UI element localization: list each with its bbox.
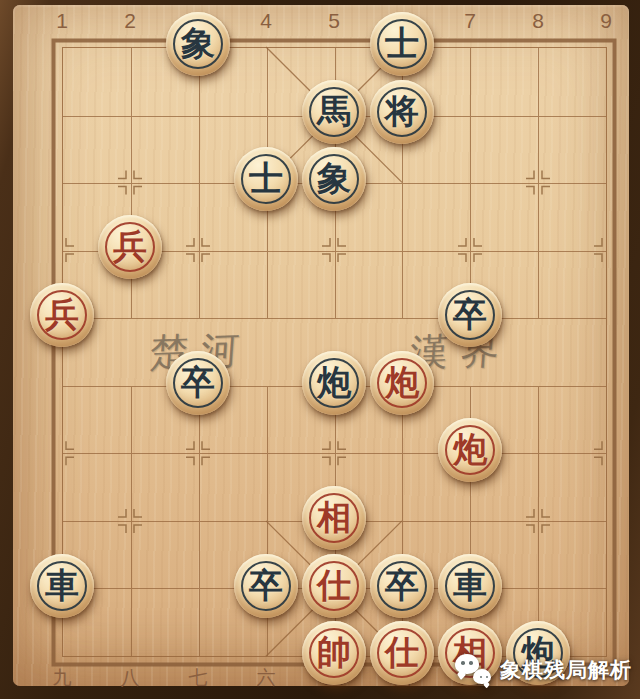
file-number-bottom: 九 [28, 665, 96, 691]
piece-red-soldier[interactable]: 兵 [30, 283, 94, 347]
piece-character: 将 [385, 94, 419, 130]
piece-character: 炮 [453, 432, 487, 468]
piece-red-advisor[interactable]: 仕 [302, 554, 366, 618]
piece-character: 帥 [317, 635, 351, 671]
piece-black-elephant[interactable]: 象 [166, 12, 230, 76]
piece-character: 仕 [317, 568, 351, 604]
file-number-top: 1 [28, 9, 96, 33]
file-number-top: 4 [232, 9, 300, 33]
file-number-top: 5 [300, 9, 368, 33]
file-number-bottom: 八 [96, 665, 164, 691]
piece-character: 卒 [453, 297, 487, 333]
piece-red-advisor[interactable]: 仕 [370, 621, 434, 685]
file-number-top: 7 [436, 9, 504, 33]
piece-red-general[interactable]: 帥 [302, 621, 366, 685]
piece-red-cannon[interactable]: 炮 [370, 351, 434, 415]
piece-black-soldier[interactable]: 卒 [438, 283, 502, 347]
piece-character: 炮 [385, 365, 419, 401]
piece-black-general[interactable]: 将 [370, 80, 434, 144]
piece-character: 車 [45, 568, 79, 604]
file-number-top: 8 [504, 9, 572, 33]
piece-black-soldier[interactable]: 卒 [166, 351, 230, 415]
file-number-top: 2 [96, 9, 164, 33]
file-number-top: 9 [572, 9, 640, 33]
piece-character: 士 [385, 26, 419, 62]
wechat-icon [455, 654, 493, 686]
piece-character: 馬 [317, 94, 351, 130]
piece-character: 兵 [113, 229, 147, 265]
piece-character: 象 [317, 161, 351, 197]
board-surface: 123456789 九八七六五四三二一 楚河 漢界 象士馬将士象兵兵卒卒炮炮炮相… [13, 5, 629, 686]
watermark: 象棋残局解析 [455, 654, 632, 686]
piece-character: 卒 [249, 568, 283, 604]
watermark-text: 象棋残局解析 [500, 656, 632, 684]
piece-character: 兵 [45, 297, 79, 333]
piece-black-soldier[interactable]: 卒 [234, 554, 298, 618]
piece-black-cannon[interactable]: 炮 [302, 351, 366, 415]
piece-character: 士 [249, 161, 283, 197]
piece-character: 炮 [317, 365, 351, 401]
file-number-bottom: 六 [232, 665, 300, 691]
piece-character: 象 [181, 26, 215, 62]
piece-red-elephant[interactable]: 相 [302, 486, 366, 550]
xiangqi-app: 123456789 九八七六五四三二一 楚河 漢界 象士馬将士象兵兵卒卒炮炮炮相… [0, 0, 640, 699]
piece-black-elephant[interactable]: 象 [302, 147, 366, 211]
piece-character: 卒 [181, 365, 215, 401]
piece-black-horse[interactable]: 馬 [302, 80, 366, 144]
piece-character: 卒 [385, 568, 419, 604]
piece-black-chariot[interactable]: 車 [30, 554, 94, 618]
piece-character: 車 [453, 568, 487, 604]
piece-character: 仕 [385, 635, 419, 671]
piece-character: 相 [317, 500, 351, 536]
piece-red-cannon[interactable]: 炮 [438, 418, 502, 482]
pieces-layer: 象士馬将士象兵兵卒卒炮炮炮相車卒仕卒車帥仕相炮 [62, 47, 607, 657]
piece-black-advisor[interactable]: 士 [370, 12, 434, 76]
piece-black-soldier[interactable]: 卒 [370, 554, 434, 618]
piece-black-chariot[interactable]: 車 [438, 554, 502, 618]
piece-red-soldier[interactable]: 兵 [98, 215, 162, 279]
file-number-bottom: 七 [164, 665, 232, 691]
piece-black-advisor[interactable]: 士 [234, 147, 298, 211]
